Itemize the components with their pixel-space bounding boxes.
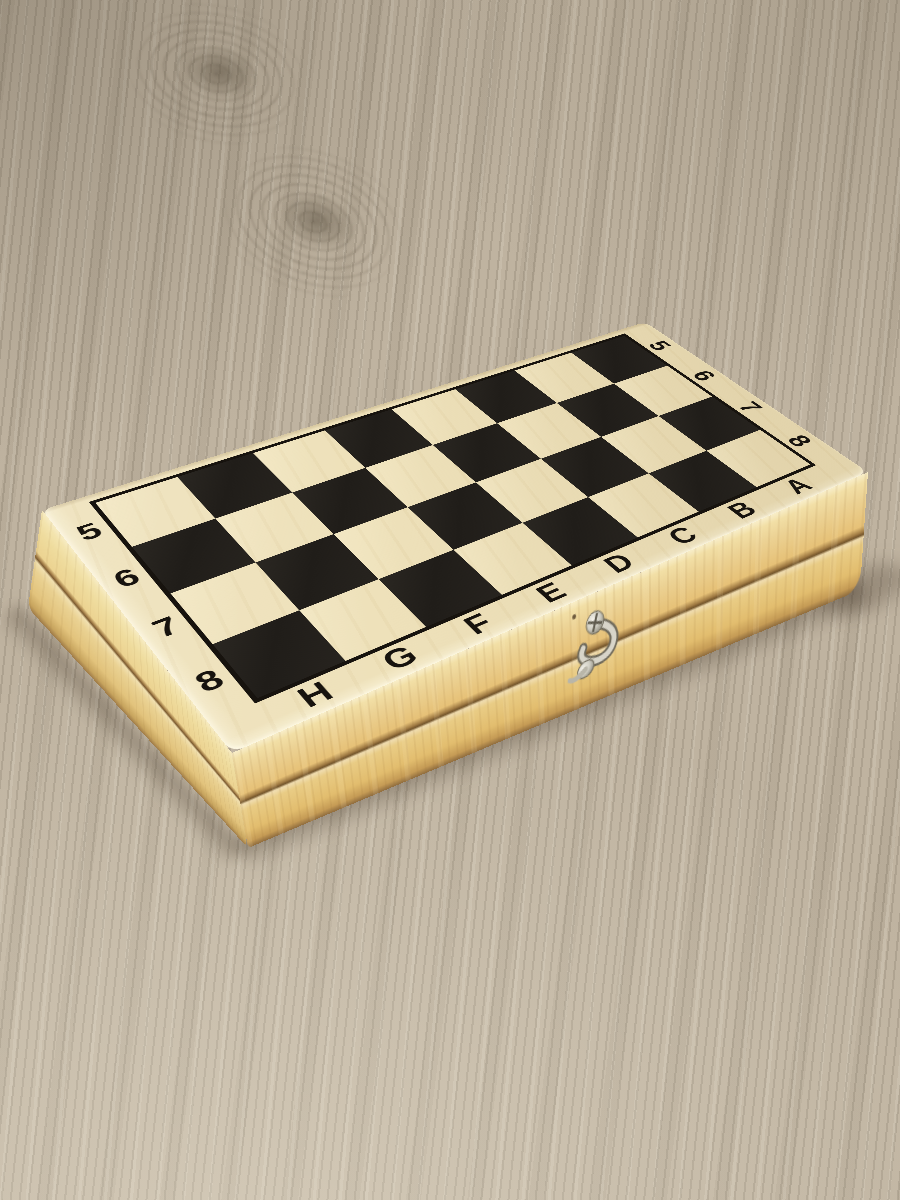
wood-knot bbox=[200, 117, 426, 326]
wood-knot bbox=[113, 0, 319, 165]
